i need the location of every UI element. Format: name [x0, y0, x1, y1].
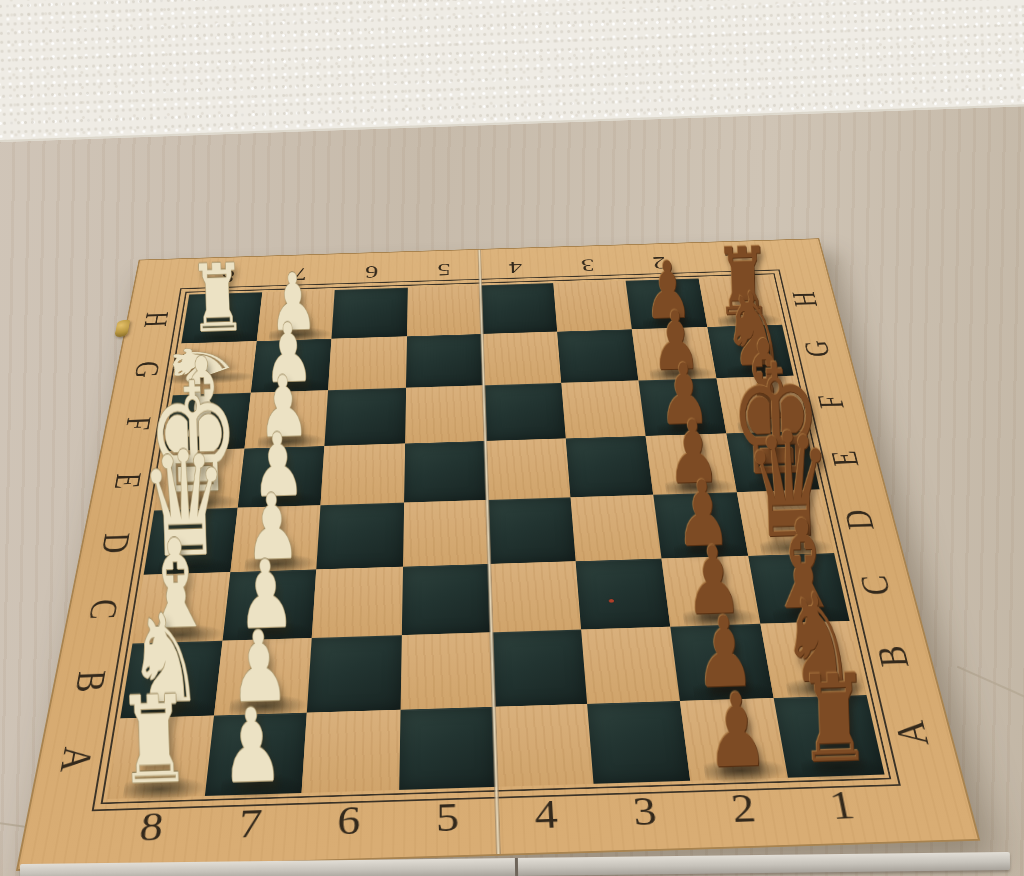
coord-label: 5: [407, 253, 480, 287]
square-c3: [575, 558, 670, 629]
square-h3: [553, 281, 632, 332]
coord-label: 7: [198, 795, 302, 853]
cream-pawn-a7: ♟: [220, 699, 284, 794]
square-a7: ♟: [204, 712, 306, 796]
square-g4: [482, 331, 561, 385]
square-a8: ♜: [107, 715, 213, 799]
red-speck: [608, 599, 614, 603]
coord-label: 6: [335, 255, 408, 289]
coord-label: 3: [593, 782, 697, 840]
square-h6: [331, 288, 407, 339]
square-b3: [581, 627, 680, 704]
square-e6: [321, 443, 405, 505]
chess-board: HGFEDCBA HGFEDCBA 87654321 87654321 ♜♟♟♜…: [18, 239, 978, 869]
square-d4: [487, 497, 575, 563]
coord-label: 5: [398, 788, 498, 846]
square-c5: [401, 564, 491, 635]
square-g3: [557, 329, 639, 383]
square-f5: [405, 385, 485, 443]
coord-label: 6: [298, 792, 399, 850]
front-edge-seam: [515, 858, 518, 876]
square-c6: [312, 566, 403, 638]
square-d3: [570, 495, 661, 561]
square-a2: ♟: [680, 698, 788, 781]
square-h4: [480, 283, 557, 334]
square-g5: [406, 334, 484, 388]
board-scene: HGFEDCBA HGFEDCBA 87654321 87654321 ♜♟♟♜…: [18, 239, 978, 869]
coord-label: A: [32, 718, 121, 801]
coord-label: 3: [550, 248, 625, 282]
square-b4: [491, 629, 587, 706]
square-e5: [404, 441, 487, 503]
square-a6: [302, 709, 401, 793]
square-a3: [587, 701, 691, 784]
square-f6: [324, 388, 405, 446]
square-d5: [403, 500, 489, 566]
coord-label: 4: [479, 250, 553, 284]
coord-label: 1: [788, 776, 898, 834]
coord-label: 2: [690, 779, 797, 837]
square-d6: [316, 503, 403, 569]
brown-rook-a1: ♜: [796, 663, 872, 776]
square-e4: [485, 438, 570, 500]
square-h5: [407, 285, 482, 336]
square-a4: [493, 703, 593, 786]
cream-rook-h8: ♜: [188, 255, 247, 342]
square-b5: [400, 632, 493, 709]
brown-pawn-a2: ♟: [705, 683, 769, 778]
chess-board-grid: ♜♟♟♜♞♟♟♞♝♟♟♝♚♟♟♚♛♟♟♛♝♟♟♝♞♟♟♞♜♟♟♜: [107, 276, 884, 799]
square-b6: [307, 635, 402, 712]
square-f4: [483, 383, 565, 441]
page-root: { "game": "chess", "scene": { "setting":…: [0, 0, 1024, 876]
square-a5: [399, 706, 496, 789]
square-f3: [561, 381, 646, 439]
square-c4: [489, 561, 581, 632]
square-g6: [328, 336, 406, 390]
square-e3: [565, 436, 653, 498]
coord-label: 4: [496, 785, 598, 843]
coord-label: 8: [98, 798, 204, 856]
cream-rook-a8: ♜: [116, 684, 192, 797]
square-a1: ♜: [773, 695, 884, 778]
